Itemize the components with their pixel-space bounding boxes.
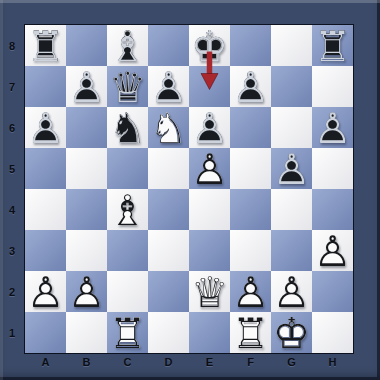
square-f5[interactable] <box>230 148 271 189</box>
chess-board: ♜♖♝♗♚♔♜♖♟♙♛♕♟♙♟♙♟♙♞♘♞♘♟♙♟♙♟♙♟♙♝♗♟♙♟♙♟♙♛♕… <box>24 24 354 354</box>
square-b4[interactable] <box>66 189 107 230</box>
file-label-b: B <box>66 353 107 371</box>
black-pawn[interactable]: ♟♙ <box>148 66 189 107</box>
square-b1[interactable] <box>66 312 107 353</box>
square-d6[interactable]: ♞♘ <box>148 107 189 148</box>
file-label-c: C <box>107 353 148 371</box>
square-a6[interactable]: ♟♙ <box>25 107 66 148</box>
square-b2[interactable]: ♟♙ <box>66 271 107 312</box>
square-c2[interactable] <box>107 271 148 312</box>
square-e8[interactable]: ♚♔ <box>189 25 230 66</box>
black-knight[interactable]: ♞♘ <box>107 107 148 148</box>
black-queen[interactable]: ♛♕ <box>107 66 148 107</box>
piece-outline: ♙ <box>230 272 271 313</box>
white-pawn[interactable]: ♟♙ <box>230 271 271 312</box>
square-b5[interactable] <box>66 148 107 189</box>
piece-outline: ♙ <box>230 67 271 108</box>
square-b7[interactable]: ♟♙ <box>66 66 107 107</box>
rank-labels: 87654321 <box>0 25 24 353</box>
white-bishop[interactable]: ♝♗ <box>107 189 148 230</box>
white-pawn[interactable]: ♟♙ <box>66 271 107 312</box>
file-label-g: G <box>271 353 312 371</box>
piece-outline: ♕ <box>189 272 230 313</box>
piece-outline: ♙ <box>25 108 66 149</box>
square-b3[interactable] <box>66 230 107 271</box>
square-d5[interactable] <box>148 148 189 189</box>
white-pawn[interactable]: ♟♙ <box>189 148 230 189</box>
square-d3[interactable] <box>148 230 189 271</box>
piece-outline: ♙ <box>148 67 189 108</box>
square-e4[interactable] <box>189 189 230 230</box>
black-pawn[interactable]: ♟♙ <box>66 66 107 107</box>
square-a7[interactable] <box>25 66 66 107</box>
square-c4[interactable]: ♝♗ <box>107 189 148 230</box>
black-bishop[interactable]: ♝♗ <box>107 25 148 66</box>
rank-label-5: 5 <box>0 148 24 189</box>
file-label-d: D <box>148 353 189 371</box>
square-g7[interactable] <box>271 66 312 107</box>
piece-outline: ♘ <box>148 108 189 149</box>
piece-outline: ♙ <box>66 272 107 313</box>
file-labels: ABCDEFGH <box>25 353 353 371</box>
square-a5[interactable] <box>25 148 66 189</box>
square-h3[interactable]: ♟♙ <box>312 230 353 271</box>
square-e5[interactable]: ♟♙ <box>189 148 230 189</box>
piece-outline: ♙ <box>312 108 353 149</box>
black-pawn[interactable]: ♟♙ <box>312 107 353 148</box>
white-king[interactable]: ♚♔ <box>271 312 312 353</box>
rank-label-1: 1 <box>0 312 24 353</box>
square-a1[interactable] <box>25 312 66 353</box>
square-g5[interactable]: ♟♙ <box>271 148 312 189</box>
piece-outline: ♙ <box>25 272 66 313</box>
square-a4[interactable] <box>25 189 66 230</box>
black-rook[interactable]: ♜♖ <box>25 25 66 66</box>
square-e6[interactable]: ♟♙ <box>189 107 230 148</box>
square-c6[interactable]: ♞♘ <box>107 107 148 148</box>
square-g4[interactable] <box>271 189 312 230</box>
square-g3[interactable] <box>271 230 312 271</box>
square-b6[interactable] <box>66 107 107 148</box>
square-f1[interactable]: ♜♖ <box>230 312 271 353</box>
square-d7[interactable]: ♟♙ <box>148 66 189 107</box>
piece-outline: ♙ <box>271 272 312 313</box>
file-label-e: E <box>189 353 230 371</box>
square-a8[interactable]: ♜♖ <box>25 25 66 66</box>
square-c8[interactable]: ♝♗ <box>107 25 148 66</box>
square-c1[interactable]: ♜♖ <box>107 312 148 353</box>
square-h8[interactable]: ♜♖ <box>312 25 353 66</box>
square-f6[interactable] <box>230 107 271 148</box>
piece-outline: ♖ <box>230 313 271 354</box>
white-pawn[interactable]: ♟♙ <box>312 230 353 271</box>
piece-outline: ♙ <box>271 149 312 190</box>
piece-outline: ♖ <box>312 26 353 67</box>
rank-label-3: 3 <box>0 230 24 271</box>
square-f7[interactable]: ♟♙ <box>230 66 271 107</box>
square-g6[interactable] <box>271 107 312 148</box>
square-a3[interactable] <box>25 230 66 271</box>
square-g2[interactable]: ♟♙ <box>271 271 312 312</box>
square-e2[interactable]: ♛♕ <box>189 271 230 312</box>
piece-outline: ♙ <box>189 149 230 190</box>
file-label-a: A <box>25 353 66 371</box>
piece-outline: ♙ <box>66 67 107 108</box>
piece-outline: ♖ <box>25 26 66 67</box>
square-h4[interactable] <box>312 189 353 230</box>
square-b8[interactable] <box>66 25 107 66</box>
white-pawn[interactable]: ♟♙ <box>25 271 66 312</box>
piece-outline: ♕ <box>107 67 148 108</box>
white-pawn[interactable]: ♟♙ <box>271 271 312 312</box>
square-e1[interactable] <box>189 312 230 353</box>
square-h7[interactable] <box>312 66 353 107</box>
square-h1[interactable] <box>312 312 353 353</box>
rank-label-6: 6 <box>0 107 24 148</box>
square-e3[interactable] <box>189 230 230 271</box>
square-f3[interactable] <box>230 230 271 271</box>
black-king[interactable]: ♚♔ <box>189 25 230 66</box>
square-d4[interactable] <box>148 189 189 230</box>
black-pawn[interactable]: ♟♙ <box>230 66 271 107</box>
rank-label-7: 7 <box>0 66 24 107</box>
square-h5[interactable] <box>312 148 353 189</box>
square-e7[interactable] <box>189 66 230 107</box>
piece-outline: ♔ <box>189 26 230 67</box>
white-queen[interactable]: ♛♕ <box>189 271 230 312</box>
piece-outline: ♖ <box>107 313 148 354</box>
square-c3[interactable] <box>107 230 148 271</box>
square-c7[interactable]: ♛♕ <box>107 66 148 107</box>
square-c5[interactable] <box>107 148 148 189</box>
file-label-f: F <box>230 353 271 371</box>
rank-label-4: 4 <box>0 189 24 230</box>
square-h2[interactable] <box>312 271 353 312</box>
square-f8[interactable] <box>230 25 271 66</box>
piece-outline: ♔ <box>271 313 312 354</box>
white-rook[interactable]: ♜♖ <box>230 312 271 353</box>
piece-outline: ♙ <box>312 231 353 272</box>
piece-outline: ♗ <box>107 26 148 67</box>
square-a2[interactable]: ♟♙ <box>25 271 66 312</box>
square-f2[interactable]: ♟♙ <box>230 271 271 312</box>
square-d1[interactable] <box>148 312 189 353</box>
black-pawn[interactable]: ♟♙ <box>189 107 230 148</box>
black-pawn[interactable]: ♟♙ <box>25 107 66 148</box>
white-rook[interactable]: ♜♖ <box>107 312 148 353</box>
rank-label-8: 8 <box>0 25 24 66</box>
rank-label-2: 2 <box>0 271 24 312</box>
black-rook[interactable]: ♜♖ <box>312 25 353 66</box>
square-g1[interactable]: ♚♔ <box>271 312 312 353</box>
square-g8[interactable] <box>271 25 312 66</box>
piece-outline: ♙ <box>189 108 230 149</box>
piece-outline: ♘ <box>107 108 148 149</box>
square-d8[interactable] <box>148 25 189 66</box>
square-h6[interactable]: ♟♙ <box>312 107 353 148</box>
black-pawn[interactable]: ♟♙ <box>271 148 312 189</box>
square-f4[interactable] <box>230 189 271 230</box>
square-d2[interactable] <box>148 271 189 312</box>
piece-outline: ♗ <box>107 190 148 231</box>
file-label-h: H <box>312 353 353 371</box>
board-frame: 87654321 ♜♖♝♗♚♔♜♖♟♙♛♕♟♙♟♙♟♙♞♘♞♘♟♙♟♙♟♙♟♙♝… <box>0 0 380 380</box>
white-knight[interactable]: ♞♘ <box>148 107 189 148</box>
